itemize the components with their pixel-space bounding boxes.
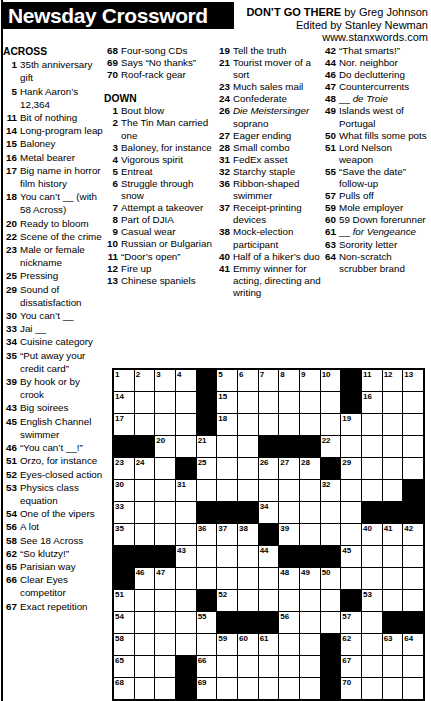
cell-r14c10[interactable] (300, 656, 320, 677)
clue-across-1: 135th anniversary gift (3, 58, 104, 84)
clue-across-17-number: 17 (3, 164, 17, 190)
clue-down-63-text: Sorority letter (339, 239, 428, 251)
cell-r1c4[interactable]: 4 (176, 370, 196, 391)
cell-r13c9[interactable] (279, 634, 299, 655)
cell-r6c10[interactable] (300, 480, 320, 501)
cell-r5c13[interactable] (362, 458, 382, 479)
cell-r1c3[interactable]: 3 (155, 370, 175, 391)
cell-r11c7[interactable] (238, 590, 258, 611)
cell-r14c15[interactable] (403, 656, 423, 677)
cell-r9c6[interactable] (217, 546, 237, 567)
cell-r8c2[interactable] (135, 524, 155, 545)
cell-r12c4[interactable] (176, 612, 196, 633)
cell-r3c2[interactable] (135, 414, 155, 435)
clue-down-48-number: 48 (322, 93, 336, 105)
cell-r12c10[interactable] (300, 612, 320, 633)
cell-r9c7[interactable] (238, 546, 258, 567)
cell-r11c15[interactable] (403, 590, 423, 611)
cell-r8c6[interactable]: 37 (217, 524, 237, 545)
clue-down-10-number: 10 (104, 238, 118, 250)
cell-r14c5[interactable]: 66 (197, 656, 217, 677)
cell-r15c5[interactable]: 69 (197, 678, 217, 699)
clue-down-46: 46Do decluttering (322, 69, 428, 81)
clue-across-39-text: By hook or by crook (20, 375, 104, 401)
clue-down-19: 19Tell the truth (216, 45, 321, 57)
clue-across-34-number: 34 (3, 335, 17, 348)
cell-r2c2[interactable] (135, 392, 155, 413)
cell-r8c15[interactable]: 42 (403, 524, 423, 545)
cell-r13c1[interactable]: 58 (114, 634, 134, 655)
grid-number-55: 55 (198, 612, 207, 621)
cell-r11c3[interactable] (155, 590, 175, 611)
clue-across-62-text: “So klutzy!” (20, 547, 104, 560)
cell-r15c12[interactable]: 70 (341, 678, 361, 699)
grid-number-19: 19 (342, 414, 351, 423)
cell-r13c8[interactable]: 61 (259, 634, 279, 655)
cell-r4c13[interactable] (362, 436, 382, 457)
cell-r11c1[interactable]: 51 (114, 590, 134, 611)
black-cell-r6c15 (403, 480, 423, 501)
black-cell-r10c1 (114, 568, 134, 589)
cell-r1c9[interactable]: 8 (279, 370, 299, 391)
cell-r5c12[interactable]: 29 (341, 458, 361, 479)
cell-r11c13[interactable]: 53 (362, 590, 382, 611)
clue-down-26-number: 26 (216, 105, 230, 129)
clue-down-21-number: 21 (216, 57, 230, 81)
cell-r4c15[interactable] (403, 436, 423, 457)
cell-r8c13[interactable]: 40 (362, 524, 382, 545)
cell-r10c9[interactable]: 48 (279, 568, 299, 589)
clue-down-42-text: “That smarts!” (339, 45, 428, 57)
cell-r7c11[interactable] (321, 502, 341, 523)
clue-down-49-text: Islands west of Portugal (339, 105, 428, 129)
cell-r1c8[interactable]: 7 (259, 370, 279, 391)
clues-column-1: ACROSS 135th anniversary gift5Hank Aaron… (3, 45, 104, 613)
cell-r14c9[interactable] (279, 656, 299, 677)
cell-r6c6[interactable] (217, 480, 237, 501)
grid-number-40: 40 (363, 524, 372, 533)
cell-r5c8[interactable]: 26 (259, 458, 279, 479)
cell-r14c7[interactable] (238, 656, 258, 677)
cell-r15c7[interactable] (238, 678, 258, 699)
grid-number-1: 1 (115, 370, 119, 379)
cell-r2c13[interactable]: 16 (362, 392, 382, 413)
cell-r5c3[interactable] (155, 458, 175, 479)
clue-across-30-number: 30 (3, 309, 17, 322)
cell-r3c9[interactable] (279, 414, 299, 435)
cell-r11c4[interactable] (176, 590, 196, 611)
cell-r3c4[interactable] (176, 414, 196, 435)
cell-r4c12[interactable] (341, 436, 361, 457)
cell-r6c8[interactable] (259, 480, 279, 501)
cell-r3c8[interactable] (259, 414, 279, 435)
cell-r9c14[interactable] (383, 546, 403, 567)
cell-r11c14[interactable] (383, 590, 403, 611)
grid-number-44: 44 (260, 546, 269, 555)
across-heading: ACROSS (3, 45, 104, 58)
cell-r13c12[interactable]: 62 (341, 634, 361, 655)
cell-r13c14[interactable]: 63 (383, 634, 403, 655)
cell-r9c12[interactable]: 45 (341, 546, 361, 567)
cell-r15c10[interactable] (300, 678, 320, 699)
clue-down-59: 59Mole employer (322, 202, 428, 214)
down-heading: DOWN (104, 93, 214, 105)
cell-r7c8[interactable]: 34 (259, 502, 279, 523)
cell-r13c3[interactable] (155, 634, 175, 655)
cell-r11c2[interactable] (135, 590, 155, 611)
cell-r6c9[interactable] (279, 480, 299, 501)
cell-r10c10[interactable]: 49 (300, 568, 320, 589)
cell-r15c8[interactable] (259, 678, 279, 699)
cell-r10c4[interactable] (176, 568, 196, 589)
grid-number-66: 66 (198, 656, 207, 665)
clue-across-20-text: Ready to bloom (20, 217, 104, 230)
black-cell-r8c8 (259, 524, 279, 545)
cell-r12c3[interactable] (155, 612, 175, 633)
clue-down-5-text: Entreat (121, 166, 214, 178)
black-cell-r9c9 (279, 546, 299, 567)
cell-r15c13[interactable] (362, 678, 382, 699)
cell-r13c7[interactable]: 60 (238, 634, 258, 655)
clue-across-29-number: 29 (3, 283, 17, 309)
clue-across-58-text: See 18 Across (20, 534, 104, 547)
cell-r5c15[interactable] (403, 458, 423, 479)
cell-r3c11[interactable] (321, 414, 341, 435)
clue-down-50-text: What fills some pots (339, 130, 428, 142)
clue-across-43: 43Big soirees (3, 401, 104, 414)
cell-r14c2[interactable] (135, 656, 155, 677)
cell-r8c11[interactable] (321, 524, 341, 545)
cell-r2c11[interactable] (321, 392, 341, 413)
cell-r14c13[interactable] (362, 656, 382, 677)
clue-down-40-text: Half of a hiker’s duo (233, 251, 321, 263)
cell-r2c10[interactable] (300, 392, 320, 413)
clue-down-11-text: “Door’s open” (121, 251, 214, 263)
cell-r6c5[interactable] (197, 480, 217, 501)
clue-across-68-text: Four-song CDs (121, 45, 214, 57)
cell-r4c4[interactable] (176, 436, 196, 457)
cell-r9c8[interactable]: 44 (259, 546, 279, 567)
cell-r6c13[interactable] (362, 480, 382, 501)
cell-r10c5[interactable] (197, 568, 217, 589)
cell-r11c6[interactable]: 52 (217, 590, 237, 611)
clue-across-22-text: Scene of the crime (20, 230, 104, 243)
across-clues-1-67: 135th anniversary gift5Hank Aaron’s 12,3… (3, 58, 104, 613)
cell-r9c5[interactable] (197, 546, 217, 567)
clue-across-51: 51Orzo, for instance (3, 454, 104, 467)
cell-r2c4[interactable] (176, 392, 196, 413)
clue-down-55-text: “Save the date” follow-up (339, 166, 428, 190)
clue-across-25: 25Pressing (3, 269, 104, 282)
clue-down-57: 57Pulls off (322, 190, 428, 202)
cell-r4c5[interactable]: 21 (197, 436, 217, 457)
cell-r7c10[interactable] (300, 502, 320, 523)
cell-r13c6[interactable]: 59 (217, 634, 237, 655)
grid-number-24: 24 (136, 458, 145, 467)
grid-number-52: 52 (218, 590, 227, 599)
cell-r9c4[interactable]: 43 (176, 546, 196, 567)
clue-down-60-number: 60 (322, 214, 336, 226)
clue-across-14-text: Long-program leap (20, 124, 104, 137)
clue-across-15: 15Baloney (3, 137, 104, 150)
cell-r9c15[interactable] (403, 546, 423, 567)
cell-r4c6[interactable] (217, 436, 237, 457)
clue-across-66-text: Clear Eyes competitor (20, 573, 104, 599)
cell-r8c10[interactable] (300, 524, 320, 545)
clue-down-2-text: The Tin Man carried one (121, 117, 214, 141)
black-cell-r4c10 (300, 436, 320, 457)
black-cell-r7c6 (217, 502, 237, 523)
cell-r3c10[interactable] (300, 414, 320, 435)
cell-r5c1[interactable]: 23 (114, 458, 134, 479)
cell-r7c4[interactable] (176, 502, 196, 523)
clue-down-44: 44Nor. neighbor (322, 57, 428, 69)
cell-r10c14[interactable] (383, 568, 403, 589)
cell-r5c14[interactable] (383, 458, 403, 479)
clue-down-44-text: Nor. neighbor (339, 57, 428, 69)
clue-down-37: 37Receipt-printing devices (216, 202, 321, 226)
cell-r11c11[interactable] (321, 590, 341, 611)
black-cell-r14c11 (321, 656, 341, 677)
clue-across-69-text: Says “No thanks” (121, 57, 214, 69)
cell-r6c12[interactable] (341, 480, 361, 501)
cell-r15c15[interactable] (403, 678, 423, 699)
cell-r14c6[interactable] (217, 656, 237, 677)
clues-column-3: 19Tell the truth21Tourist mover of a sor… (216, 45, 321, 299)
cell-r8c7[interactable]: 38 (238, 524, 258, 545)
cell-r10c12[interactable] (341, 568, 361, 589)
clue-down-40-number: 40 (216, 251, 230, 263)
grid-number-60: 60 (239, 634, 248, 643)
cell-r1c13[interactable]: 11 (362, 370, 382, 391)
cell-r3c13[interactable] (362, 414, 382, 435)
cell-r6c7[interactable] (238, 480, 258, 501)
clue-down-7: 7Attempt a takeover (104, 202, 214, 214)
clue-down-9-text: Casual wear (121, 226, 214, 238)
clue-down-42-number: 42 (322, 45, 336, 57)
puzzle-website: www.stanxwords.com (246, 31, 428, 44)
clue-across-35-number: 35 (3, 349, 17, 375)
cell-r8c1[interactable]: 35 (114, 524, 134, 545)
cell-r14c12[interactable]: 67 (341, 656, 361, 677)
clue-across-5-number: 5 (3, 85, 17, 111)
cell-r6c4[interactable]: 31 (176, 480, 196, 501)
cell-r8c14[interactable]: 41 (383, 524, 403, 545)
clue-down-27-text: Eager ending (233, 130, 321, 142)
cell-r1c15[interactable]: 13 (403, 370, 423, 391)
cell-r3c12[interactable]: 19 (341, 414, 361, 435)
clue-across-5-text: Hank Aaron’s 12,364 (20, 85, 104, 111)
cell-r6c1[interactable]: 30 (114, 480, 134, 501)
cell-r5c2[interactable]: 24 (135, 458, 155, 479)
cell-r2c9[interactable] (279, 392, 299, 413)
cell-r14c3[interactable] (155, 656, 175, 677)
cell-r3c3[interactable] (155, 414, 175, 435)
cell-r6c2[interactable] (135, 480, 155, 501)
cell-r10c8[interactable] (259, 568, 279, 589)
cell-r13c5[interactable] (197, 634, 217, 655)
cell-r2c6[interactable]: 15 (217, 392, 237, 413)
cell-r13c15[interactable]: 64 (403, 634, 423, 655)
clue-down-38-number: 38 (216, 226, 230, 250)
cell-r1c2[interactable]: 2 (135, 370, 155, 391)
clue-down-61: 61__ for Vengeance (322, 226, 428, 238)
cell-r5c7[interactable] (238, 458, 258, 479)
clue-across-22-number: 22 (3, 230, 17, 243)
clue-across-53-number: 53 (3, 481, 17, 507)
black-cell-r13c11 (321, 634, 341, 655)
black-cell-r7c14 (383, 502, 403, 523)
clue-across-54: 54One of the vipers (3, 507, 104, 520)
cell-r1c14[interactable]: 12 (383, 370, 403, 391)
cell-r11c10[interactable] (300, 590, 320, 611)
cell-r13c4[interactable] (176, 634, 196, 655)
cell-r6c11[interactable]: 32 (321, 480, 341, 501)
clue-down-12-number: 12 (104, 263, 118, 275)
cell-r5c10[interactable]: 28 (300, 458, 320, 479)
cell-r8c9[interactable]: 39 (279, 524, 299, 545)
cell-r15c9[interactable] (279, 678, 299, 699)
cell-r12c9[interactable]: 56 (279, 612, 299, 633)
cell-r8c5[interactable]: 36 (197, 524, 217, 545)
black-cell-r12c6 (217, 612, 237, 633)
cell-r6c3[interactable] (155, 480, 175, 501)
cell-r1c10[interactable]: 9 (300, 370, 320, 391)
cell-r12c1[interactable]: 54 (114, 612, 134, 633)
cell-r13c10[interactable] (300, 634, 320, 655)
clue-down-26: 26Die Meistersinger soprano (216, 105, 321, 129)
cell-r2c15[interactable] (403, 392, 423, 413)
grid-number-18: 18 (218, 414, 227, 423)
cell-r5c6[interactable] (217, 458, 237, 479)
cell-r10c3[interactable]: 47 (155, 568, 175, 589)
cell-r15c2[interactable] (135, 678, 155, 699)
clue-down-1-number: 1 (104, 105, 118, 117)
cell-r10c6[interactable] (217, 568, 237, 589)
cell-r14c8[interactable] (259, 656, 279, 677)
cell-r11c8[interactable] (259, 590, 279, 611)
newsday-crossword-masthead: Newsday Crossword (2, 2, 234, 29)
cell-r3c14[interactable] (383, 414, 403, 435)
grid-number-13: 13 (404, 370, 413, 379)
cell-r10c7[interactable] (238, 568, 258, 589)
clue-across-33: 33Jai __ (3, 322, 104, 335)
clue-across-65: 65Parisian way (3, 560, 104, 573)
clue-across-70-number: 70 (104, 69, 118, 81)
clue-down-38-text: Mock-election participant (233, 226, 321, 250)
clue-down-13-text: Chinese spaniels (121, 275, 214, 287)
clue-across-14-number: 14 (3, 124, 17, 137)
clue-down-12-text: Fire up (121, 263, 214, 275)
cell-r7c1[interactable]: 33 (114, 502, 134, 523)
black-cell-r12c7 (238, 612, 258, 633)
cell-r13c2[interactable] (135, 634, 155, 655)
cell-r7c9[interactable] (279, 502, 299, 523)
clue-down-57-number: 57 (322, 190, 336, 202)
cell-r8c12[interactable] (341, 524, 361, 545)
grid-number-64: 64 (404, 634, 413, 643)
cell-r5c5[interactable]: 25 (197, 458, 217, 479)
cell-r12c2[interactable] (135, 612, 155, 633)
cell-r5c9[interactable]: 27 (279, 458, 299, 479)
cell-r1c11[interactable]: 10 (321, 370, 341, 391)
cell-r8c4[interactable] (176, 524, 196, 545)
clue-across-33-text: Jai __ (20, 322, 104, 335)
cell-r2c3[interactable] (155, 392, 175, 413)
grid-number-5: 5 (218, 370, 222, 379)
cell-r12c5[interactable]: 55 (197, 612, 217, 633)
clue-down-59-number: 59 (322, 202, 336, 214)
clue-down-24-number: 24 (216, 93, 230, 105)
cell-r15c14[interactable] (383, 678, 403, 699)
grid-number-65: 65 (115, 656, 124, 665)
black-cell-r11c5 (197, 590, 217, 611)
clue-across-53-text: Physics class equation (20, 481, 104, 507)
cell-r1c7[interactable]: 6 (238, 370, 258, 391)
clue-down-11-number: 11 (104, 251, 118, 263)
cell-r6c14[interactable] (383, 480, 403, 501)
cell-r2c14[interactable] (383, 392, 403, 413)
cell-r2c1[interactable]: 14 (114, 392, 134, 413)
cell-r14c1[interactable]: 65 (114, 656, 134, 677)
black-cell-r4c1 (114, 436, 134, 457)
cell-r4c11[interactable]: 22 (321, 436, 341, 457)
cell-r4c7[interactable] (238, 436, 258, 457)
grid-number-31: 31 (177, 480, 186, 489)
cell-r4c14[interactable] (383, 436, 403, 457)
clue-across-29-text: Sound of dissatisfaction (20, 283, 104, 309)
clue-down-10-text: Russian or Bulgarian (121, 238, 214, 250)
cell-r15c6[interactable] (217, 678, 237, 699)
cell-r7c2[interactable] (135, 502, 155, 523)
cell-r11c9[interactable] (279, 590, 299, 611)
cell-r10c15[interactable] (403, 568, 423, 589)
cell-r3c15[interactable] (403, 414, 423, 435)
cell-r2c8[interactable] (259, 392, 279, 413)
cell-r7c3[interactable] (155, 502, 175, 523)
cell-r7c12[interactable] (341, 502, 361, 523)
cell-r10c13[interactable] (362, 568, 382, 589)
clue-across-54-text: One of the vipers (20, 507, 104, 520)
black-cell-r4c8 (259, 436, 279, 457)
cell-r1c6[interactable]: 5 (217, 370, 237, 391)
cell-r3c6[interactable]: 18 (217, 414, 237, 435)
cell-r10c11[interactable]: 50 (321, 568, 341, 589)
cell-r4c3[interactable]: 20 (155, 436, 175, 457)
cell-r12c13[interactable] (362, 612, 382, 633)
cell-r15c1[interactable]: 68 (114, 678, 134, 699)
cell-r12c11[interactable] (321, 612, 341, 633)
cell-r2c7[interactable] (238, 392, 258, 413)
clue-across-11-text: Bit of nothing (20, 111, 104, 124)
cell-r3c7[interactable] (238, 414, 258, 435)
clue-across-39: 39By hook or by crook (3, 375, 104, 401)
clue-down-13-number: 13 (104, 275, 118, 287)
cell-r12c12[interactable]: 57 (341, 612, 361, 633)
cell-r10c2[interactable]: 46 (135, 568, 155, 589)
clue-across-56-text: A lot (20, 520, 104, 533)
cell-r13c13[interactable] (362, 634, 382, 655)
down-clues-42-64: 42“That smarts!”44Nor. neighbor46Do decl… (322, 45, 428, 275)
clue-across-67: 67Exact repetition (3, 600, 104, 613)
cell-r3c1[interactable]: 17 (114, 414, 134, 435)
cell-r9c13[interactable] (362, 546, 382, 567)
black-cell-r12c15 (403, 612, 423, 633)
cell-r8c3[interactable] (155, 524, 175, 545)
cell-r14c14[interactable] (383, 656, 403, 677)
cell-r15c3[interactable] (155, 678, 175, 699)
cell-r1c1[interactable]: 1 (114, 370, 134, 391)
